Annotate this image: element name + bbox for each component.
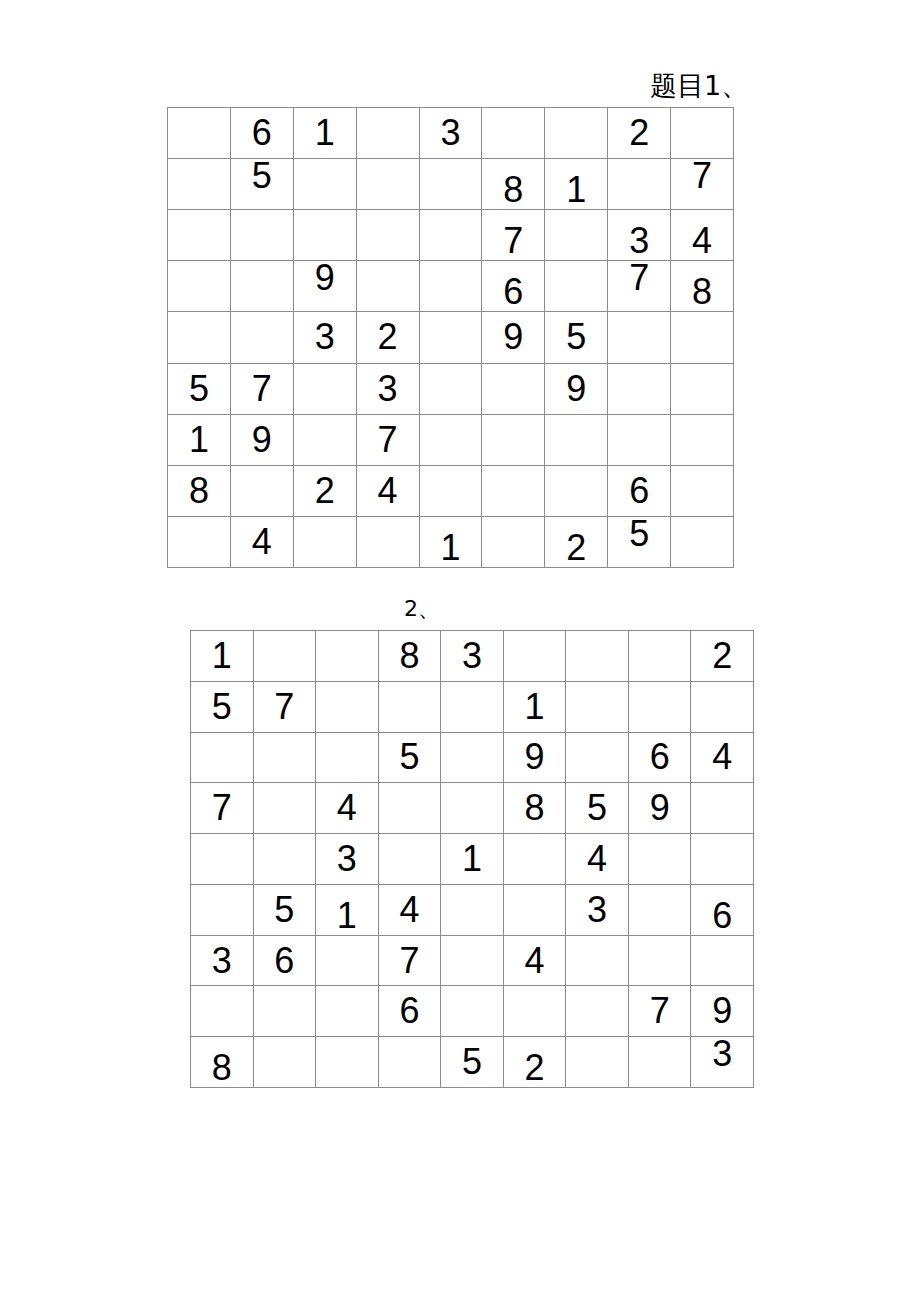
g2-cell-r9c6: 2 bbox=[504, 1037, 567, 1088]
given-digit: 9 bbox=[315, 260, 335, 296]
g1-cell-r1c6[interactable] bbox=[482, 108, 545, 159]
given-digit: 5 bbox=[274, 892, 294, 928]
g2-cell-r2c9[interactable] bbox=[691, 682, 754, 733]
g2-cell-r3c6: 9 bbox=[504, 733, 567, 784]
g2-cell-r4c5[interactable] bbox=[441, 783, 504, 834]
given-digit: 8 bbox=[399, 638, 419, 674]
g2-cell-r4c8: 9 bbox=[629, 783, 692, 834]
g2-cell-r8c8: 7 bbox=[629, 986, 692, 1037]
given-digit: 3 bbox=[212, 943, 232, 979]
g2-cell-r2c7[interactable] bbox=[566, 682, 629, 733]
given-digit: 3 bbox=[440, 115, 460, 151]
given-digit: 9 bbox=[503, 319, 523, 355]
problem-2-label: 2、 bbox=[404, 598, 440, 620]
g1-cell-r6c1: 5 bbox=[168, 364, 231, 415]
g2-cell-r8c2[interactable] bbox=[254, 986, 317, 1037]
g2-cell-r5c9[interactable] bbox=[691, 834, 754, 885]
g1-cell-r4c6: 6 bbox=[482, 261, 545, 312]
g1-cell-r5c6: 9 bbox=[482, 312, 545, 363]
g2-cell-r1c5: 3 bbox=[441, 631, 504, 682]
g2-cell-r2c5[interactable] bbox=[441, 682, 504, 733]
g2-cell-r5c7: 4 bbox=[566, 834, 629, 885]
given-digit: 4 bbox=[252, 524, 272, 560]
g1-cell-r2c1[interactable] bbox=[168, 159, 231, 210]
given-digit: 3 bbox=[712, 1036, 732, 1072]
g2-cell-r2c2: 7 bbox=[254, 682, 317, 733]
g1-cell-r6c6[interactable] bbox=[482, 364, 545, 415]
g1-cell-r3c1[interactable] bbox=[168, 210, 231, 261]
g2-cell-r9c5: 5 bbox=[441, 1037, 504, 1088]
g2-cell-r8c4: 6 bbox=[379, 986, 442, 1037]
given-digit: 8 bbox=[503, 172, 523, 208]
given-digit: 6 bbox=[274, 943, 294, 979]
given-digit: 1 bbox=[337, 898, 357, 934]
g2-cell-r5c2[interactable] bbox=[254, 834, 317, 885]
g2-cell-r1c6[interactable] bbox=[504, 631, 567, 682]
g2-cell-r3c9: 4 bbox=[691, 733, 754, 784]
given-digit: 5 bbox=[399, 739, 419, 775]
g2-cell-r2c4[interactable] bbox=[379, 682, 442, 733]
g1-cell-r2c8[interactable] bbox=[608, 159, 671, 210]
g1-cell-r7c8[interactable] bbox=[608, 415, 671, 466]
g2-cell-r4c1: 7 bbox=[191, 783, 254, 834]
g2-cell-r3c3[interactable] bbox=[316, 733, 379, 784]
g2-cell-r6c2: 5 bbox=[254, 885, 317, 936]
g2-cell-r6c5[interactable] bbox=[441, 885, 504, 936]
g1-cell-r2c9: 7 bbox=[671, 159, 734, 210]
g2-cell-r8c1[interactable] bbox=[191, 986, 254, 1037]
given-digit: 5 bbox=[462, 1044, 482, 1080]
given-digit: 4 bbox=[525, 943, 545, 979]
g1-cell-r4c8: 7 bbox=[608, 261, 671, 312]
g1-cell-r2c4[interactable] bbox=[357, 159, 420, 210]
g2-cell-r1c8[interactable] bbox=[629, 631, 692, 682]
g1-cell-r3c8: 3 bbox=[608, 210, 671, 261]
given-digit: 9 bbox=[566, 371, 586, 407]
g1-cell-r6c5[interactable] bbox=[420, 364, 483, 415]
g2-cell-r9c7[interactable] bbox=[566, 1037, 629, 1088]
g1-cell-r9c4[interactable] bbox=[357, 517, 420, 568]
given-digit: 2 bbox=[712, 638, 732, 674]
given-digit: 4 bbox=[712, 739, 732, 775]
g2-cell-r3c4: 5 bbox=[379, 733, 442, 784]
g2-cell-r6c6[interactable] bbox=[504, 885, 567, 936]
g2-cell-r8c9: 9 bbox=[691, 986, 754, 1037]
g2-cell-r7c5[interactable] bbox=[441, 936, 504, 987]
g2-cell-r5c4[interactable] bbox=[379, 834, 442, 885]
g1-cell-r5c9[interactable] bbox=[671, 312, 734, 363]
g2-cell-r2c1: 5 bbox=[191, 682, 254, 733]
g2-cell-r8c6[interactable] bbox=[504, 986, 567, 1037]
g2-cell-r6c7: 3 bbox=[566, 885, 629, 936]
g1-cell-r2c2: 5 bbox=[231, 159, 294, 210]
g1-cell-r6c9[interactable] bbox=[671, 364, 734, 415]
g1-cell-r5c1[interactable] bbox=[168, 312, 231, 363]
g1-cell-r7c4: 7 bbox=[357, 415, 420, 466]
given-digit: 6 bbox=[629, 473, 649, 509]
g2-cell-r4c6: 8 bbox=[504, 783, 567, 834]
g1-cell-r9c6[interactable] bbox=[482, 517, 545, 568]
g2-cell-r1c3[interactable] bbox=[316, 631, 379, 682]
given-digit: 7 bbox=[252, 371, 272, 407]
given-digit: 1 bbox=[212, 638, 232, 674]
g1-cell-r3c9: 4 bbox=[671, 210, 734, 261]
g2-cell-r7c9[interactable] bbox=[691, 936, 754, 987]
g2-cell-r9c9: 3 bbox=[691, 1037, 754, 1088]
problem-1-label: 题目1、 bbox=[650, 72, 748, 99]
g1-cell-r7c9[interactable] bbox=[671, 415, 734, 466]
g2-cell-r8c7[interactable] bbox=[566, 986, 629, 1037]
g1-cell-r5c3: 3 bbox=[294, 312, 357, 363]
sudoku-grid-2: 18325715964748593145143636746798523 bbox=[190, 630, 754, 1088]
given-digit: 1 bbox=[566, 172, 586, 208]
given-digit: 1 bbox=[462, 841, 482, 877]
g2-cell-r7c8[interactable] bbox=[629, 936, 692, 987]
g1-cell-r4c7[interactable] bbox=[545, 261, 608, 312]
g2-cell-r1c2[interactable] bbox=[254, 631, 317, 682]
g1-cell-r8c3: 2 bbox=[294, 466, 357, 517]
g2-cell-r7c1: 3 bbox=[191, 936, 254, 987]
g2-cell-r5c1[interactable] bbox=[191, 834, 254, 885]
g1-cell-r4c9: 8 bbox=[671, 261, 734, 312]
g2-cell-r9c4[interactable] bbox=[379, 1037, 442, 1088]
given-digit: 7 bbox=[399, 943, 419, 979]
g1-cell-r3c6: 7 bbox=[482, 210, 545, 261]
g2-cell-r1c9: 2 bbox=[691, 631, 754, 682]
given-digit: 8 bbox=[692, 274, 712, 310]
given-digit: 9 bbox=[525, 739, 545, 775]
given-digit: 4 bbox=[692, 223, 712, 259]
g2-cell-r3c2[interactable] bbox=[254, 733, 317, 784]
g1-cell-r9c1[interactable] bbox=[168, 517, 231, 568]
g1-cell-r7c1: 1 bbox=[168, 415, 231, 466]
g2-cell-r3c5[interactable] bbox=[441, 733, 504, 784]
g2-cell-r6c9: 6 bbox=[691, 885, 754, 936]
g2-cell-r7c4: 7 bbox=[379, 936, 442, 987]
g1-cell-r8c1: 8 bbox=[168, 466, 231, 517]
given-digit: 1 bbox=[315, 115, 335, 151]
g1-cell-r8c2[interactable] bbox=[231, 466, 294, 517]
g2-cell-r7c7[interactable] bbox=[566, 936, 629, 987]
g2-cell-r6c1[interactable] bbox=[191, 885, 254, 936]
given-digit: 4 bbox=[587, 841, 607, 877]
g1-cell-r1c8: 2 bbox=[608, 108, 671, 159]
g1-cell-r6c8[interactable] bbox=[608, 364, 671, 415]
g2-cell-r1c4: 8 bbox=[379, 631, 442, 682]
g2-cell-r4c3: 4 bbox=[316, 783, 379, 834]
g2-cell-r3c1[interactable] bbox=[191, 733, 254, 784]
g1-cell-r2c6: 8 bbox=[482, 159, 545, 210]
g1-cell-r7c7[interactable] bbox=[545, 415, 608, 466]
given-digit: 3 bbox=[629, 223, 649, 259]
given-digit: 4 bbox=[337, 790, 357, 826]
given-digit: 7 bbox=[650, 993, 670, 1029]
g1-cell-r4c1[interactable] bbox=[168, 261, 231, 312]
g1-cell-r9c2: 4 bbox=[231, 517, 294, 568]
g2-cell-r4c2[interactable] bbox=[254, 783, 317, 834]
g1-cell-r5c2[interactable] bbox=[231, 312, 294, 363]
g2-cell-r9c3[interactable] bbox=[316, 1037, 379, 1088]
g1-cell-r3c5[interactable] bbox=[420, 210, 483, 261]
g2-cell-r5c6[interactable] bbox=[504, 834, 567, 885]
g1-cell-r9c7: 2 bbox=[545, 517, 608, 568]
g1-cell-r7c2: 9 bbox=[231, 415, 294, 466]
given-digit: 3 bbox=[337, 841, 357, 877]
g2-cell-r5c8[interactable] bbox=[629, 834, 692, 885]
g2-cell-r8c5[interactable] bbox=[441, 986, 504, 1037]
g2-cell-r9c8[interactable] bbox=[629, 1037, 692, 1088]
given-digit: 3 bbox=[462, 638, 482, 674]
given-digit: 5 bbox=[629, 516, 649, 552]
given-digit: 9 bbox=[712, 993, 732, 1029]
g2-cell-r2c8[interactable] bbox=[629, 682, 692, 733]
g2-cell-r7c6: 4 bbox=[504, 936, 567, 987]
g1-cell-r7c5[interactable] bbox=[420, 415, 483, 466]
g2-cell-r7c2: 6 bbox=[254, 936, 317, 987]
g1-cell-r7c3[interactable] bbox=[294, 415, 357, 466]
given-digit: 7 bbox=[629, 260, 649, 296]
g1-cell-r1c5: 3 bbox=[420, 108, 483, 159]
given-digit: 5 bbox=[189, 371, 209, 407]
g1-cell-r1c4[interactable] bbox=[357, 108, 420, 159]
g1-cell-r8c7[interactable] bbox=[545, 466, 608, 517]
given-digit: 7 bbox=[378, 422, 398, 458]
worksheet-page: 题目1、 6132581773496783295573919782464125 … bbox=[0, 0, 920, 1303]
given-digit: 3 bbox=[315, 319, 335, 355]
g1-cell-r6c2: 7 bbox=[231, 364, 294, 415]
given-digit: 2 bbox=[566, 530, 586, 566]
g1-cell-r8c6[interactable] bbox=[482, 466, 545, 517]
given-digit: 9 bbox=[650, 790, 670, 826]
g2-cell-r4c9[interactable] bbox=[691, 783, 754, 834]
g1-cell-r1c2: 6 bbox=[231, 108, 294, 159]
given-digit: 2 bbox=[378, 319, 398, 355]
g1-cell-r6c3[interactable] bbox=[294, 364, 357, 415]
given-digit: 4 bbox=[378, 473, 398, 509]
g2-cell-r7c3[interactable] bbox=[316, 936, 379, 987]
given-digit: 5 bbox=[212, 689, 232, 725]
g2-cell-r1c7[interactable] bbox=[566, 631, 629, 682]
g1-cell-r3c7[interactable] bbox=[545, 210, 608, 261]
given-digit: 8 bbox=[212, 1050, 232, 1086]
g2-cell-r8c3[interactable] bbox=[316, 986, 379, 1037]
g2-cell-r9c2[interactable] bbox=[254, 1037, 317, 1088]
g1-cell-r4c5[interactable] bbox=[420, 261, 483, 312]
g1-cell-r8c4: 4 bbox=[357, 466, 420, 517]
given-digit: 5 bbox=[252, 158, 272, 194]
g1-cell-r3c2[interactable] bbox=[231, 210, 294, 261]
g1-cell-r1c1[interactable] bbox=[168, 108, 231, 159]
given-digit: 2 bbox=[629, 115, 649, 151]
g1-cell-r8c9[interactable] bbox=[671, 466, 734, 517]
given-digit: 4 bbox=[399, 892, 419, 928]
g1-cell-r8c5[interactable] bbox=[420, 466, 483, 517]
g2-cell-r6c8[interactable] bbox=[629, 885, 692, 936]
g1-cell-r7c6[interactable] bbox=[482, 415, 545, 466]
g1-cell-r6c4: 3 bbox=[357, 364, 420, 415]
g1-cell-r9c8: 5 bbox=[608, 517, 671, 568]
given-digit: 1 bbox=[189, 422, 209, 458]
g2-cell-r2c6: 1 bbox=[504, 682, 567, 733]
g2-cell-r5c3: 3 bbox=[316, 834, 379, 885]
given-digit: 7 bbox=[274, 689, 294, 725]
given-digit: 5 bbox=[566, 319, 586, 355]
given-digit: 6 bbox=[399, 993, 419, 1029]
g1-cell-r1c3: 1 bbox=[294, 108, 357, 159]
g1-cell-r5c4: 2 bbox=[357, 312, 420, 363]
given-digit: 6 bbox=[650, 739, 670, 775]
given-digit: 2 bbox=[525, 1050, 545, 1086]
g1-cell-r5c5[interactable] bbox=[420, 312, 483, 363]
g1-cell-r9c3[interactable] bbox=[294, 517, 357, 568]
g1-cell-r3c3[interactable] bbox=[294, 210, 357, 261]
g1-cell-r4c3: 9 bbox=[294, 261, 357, 312]
g1-cell-r2c7: 1 bbox=[545, 159, 608, 210]
given-digit: 8 bbox=[189, 473, 209, 509]
given-digit: 6 bbox=[712, 898, 732, 934]
given-digit: 1 bbox=[525, 689, 545, 725]
g2-cell-r2c3[interactable] bbox=[316, 682, 379, 733]
g2-cell-r1c1: 1 bbox=[191, 631, 254, 682]
given-digit: 9 bbox=[252, 422, 272, 458]
g1-cell-r4c2[interactable] bbox=[231, 261, 294, 312]
g2-cell-r6c4: 4 bbox=[379, 885, 442, 936]
g1-cell-r1c9[interactable] bbox=[671, 108, 734, 159]
given-digit: 3 bbox=[378, 371, 398, 407]
sudoku-grid-1: 6132581773496783295573919782464125 bbox=[167, 107, 734, 568]
g1-cell-r9c9[interactable] bbox=[671, 517, 734, 568]
g2-cell-r3c8: 6 bbox=[629, 733, 692, 784]
g2-cell-r6c3: 1 bbox=[316, 885, 379, 936]
given-digit: 7 bbox=[212, 790, 232, 826]
given-digit: 8 bbox=[525, 790, 545, 826]
g1-cell-r2c5[interactable] bbox=[420, 159, 483, 210]
g1-cell-r1c7[interactable] bbox=[545, 108, 608, 159]
g2-cell-r4c7: 5 bbox=[566, 783, 629, 834]
g1-cell-r2c3[interactable] bbox=[294, 159, 357, 210]
g1-cell-r5c8[interactable] bbox=[608, 312, 671, 363]
g1-cell-r9c5: 1 bbox=[420, 517, 483, 568]
given-digit: 6 bbox=[503, 274, 523, 310]
g1-cell-r3c4[interactable] bbox=[357, 210, 420, 261]
given-digit: 2 bbox=[315, 473, 335, 509]
g1-cell-r4c4[interactable] bbox=[357, 261, 420, 312]
g2-cell-r4c4[interactable] bbox=[379, 783, 442, 834]
given-digit: 1 bbox=[440, 530, 460, 566]
g1-cell-r6c7: 9 bbox=[545, 364, 608, 415]
g2-cell-r9c1: 8 bbox=[191, 1037, 254, 1088]
g2-cell-r3c7[interactable] bbox=[566, 733, 629, 784]
given-digit: 7 bbox=[503, 223, 523, 259]
given-digit: 5 bbox=[587, 790, 607, 826]
given-digit: 7 bbox=[692, 158, 712, 194]
g2-cell-r5c5: 1 bbox=[441, 834, 504, 885]
g1-cell-r5c7: 5 bbox=[545, 312, 608, 363]
g1-cell-r8c8: 6 bbox=[608, 466, 671, 517]
given-digit: 3 bbox=[587, 892, 607, 928]
given-digit: 6 bbox=[252, 115, 272, 151]
